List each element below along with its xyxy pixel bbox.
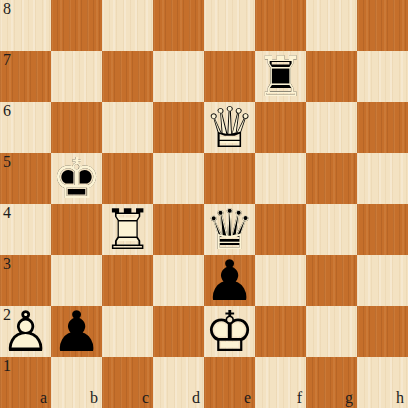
- piece-glyph-outline: ♔: [204, 306, 255, 357]
- white-rook[interactable]: ♜♖: [102, 204, 153, 255]
- square-f5[interactable]: [255, 153, 306, 204]
- square-e1[interactable]: e: [204, 357, 255, 408]
- square-h6[interactable]: [357, 102, 408, 153]
- square-h8[interactable]: [357, 0, 408, 51]
- rank-label: 8: [3, 1, 11, 17]
- file-label: g: [345, 390, 353, 406]
- square-f1[interactable]: f: [255, 357, 306, 408]
- square-f7[interactable]: ♜♖: [255, 51, 306, 102]
- rank-label: 4: [3, 205, 11, 221]
- rank-label: 7: [3, 52, 11, 68]
- square-b4[interactable]: [51, 204, 102, 255]
- file-label: d: [192, 390, 200, 406]
- square-d2[interactable]: [153, 306, 204, 357]
- chess-board: 87♜♖6♛♕5♚♔4♜♖♛♕3♟2♟♙♟♚♔1abcdefgh: [0, 0, 408, 408]
- square-h5[interactable]: [357, 153, 408, 204]
- square-c6[interactable]: [102, 102, 153, 153]
- square-g4[interactable]: [306, 204, 357, 255]
- file-label: b: [90, 390, 98, 406]
- white-king[interactable]: ♚♔: [204, 306, 255, 357]
- square-f4[interactable]: [255, 204, 306, 255]
- square-b8[interactable]: [51, 0, 102, 51]
- black-rook[interactable]: ♜♖: [255, 51, 306, 102]
- square-b1[interactable]: b: [51, 357, 102, 408]
- square-d5[interactable]: [153, 153, 204, 204]
- square-g5[interactable]: [306, 153, 357, 204]
- square-h3[interactable]: [357, 255, 408, 306]
- square-d4[interactable]: [153, 204, 204, 255]
- square-g8[interactable]: [306, 0, 357, 51]
- square-a8[interactable]: 8: [0, 0, 51, 51]
- square-g2[interactable]: [306, 306, 357, 357]
- square-d1[interactable]: d: [153, 357, 204, 408]
- piece-glyph-outline: ♖: [102, 204, 153, 255]
- white-queen[interactable]: ♛♕: [204, 102, 255, 153]
- square-c2[interactable]: [102, 306, 153, 357]
- square-b7[interactable]: [51, 51, 102, 102]
- square-e2[interactable]: ♚♔: [204, 306, 255, 357]
- square-a6[interactable]: 6: [0, 102, 51, 153]
- square-b5[interactable]: ♚♔: [51, 153, 102, 204]
- square-h7[interactable]: [357, 51, 408, 102]
- black-pawn[interactable]: ♟: [51, 306, 102, 357]
- square-d6[interactable]: [153, 102, 204, 153]
- square-d8[interactable]: [153, 0, 204, 51]
- file-label: h: [396, 390, 404, 406]
- piece-glyph-outline: ♙: [0, 306, 51, 357]
- square-d7[interactable]: [153, 51, 204, 102]
- square-d3[interactable]: [153, 255, 204, 306]
- square-h2[interactable]: [357, 306, 408, 357]
- piece-glyph-outline: ♖: [255, 51, 306, 102]
- square-a4[interactable]: 4: [0, 204, 51, 255]
- white-pawn[interactable]: ♟♙: [0, 306, 51, 357]
- square-c4[interactable]: ♜♖: [102, 204, 153, 255]
- file-label: c: [142, 390, 149, 406]
- rank-label: 3: [3, 256, 11, 272]
- square-f2[interactable]: [255, 306, 306, 357]
- piece-glyph-fill: ♟: [51, 306, 102, 357]
- square-g3[interactable]: [306, 255, 357, 306]
- black-king[interactable]: ♚♔: [51, 153, 102, 204]
- file-label: f: [297, 390, 302, 406]
- square-a7[interactable]: 7: [0, 51, 51, 102]
- piece-glyph-outline: ♔: [51, 153, 102, 204]
- file-label: a: [40, 390, 47, 406]
- square-b2[interactable]: ♟: [51, 306, 102, 357]
- square-c8[interactable]: [102, 0, 153, 51]
- piece-glyph-outline: ♕: [204, 102, 255, 153]
- square-a5[interactable]: 5: [0, 153, 51, 204]
- square-g6[interactable]: [306, 102, 357, 153]
- square-e6[interactable]: ♛♕: [204, 102, 255, 153]
- rank-label: 6: [3, 103, 11, 119]
- square-g1[interactable]: g: [306, 357, 357, 408]
- square-f6[interactable]: [255, 102, 306, 153]
- square-g7[interactable]: [306, 51, 357, 102]
- file-label: e: [244, 390, 251, 406]
- square-h1[interactable]: h: [357, 357, 408, 408]
- square-c1[interactable]: c: [102, 357, 153, 408]
- square-a1[interactable]: 1a: [0, 357, 51, 408]
- square-c3[interactable]: [102, 255, 153, 306]
- rank-label: 5: [3, 154, 11, 170]
- square-f3[interactable]: [255, 255, 306, 306]
- square-e8[interactable]: [204, 0, 255, 51]
- square-h4[interactable]: [357, 204, 408, 255]
- square-a2[interactable]: 2♟♙: [0, 306, 51, 357]
- square-c7[interactable]: [102, 51, 153, 102]
